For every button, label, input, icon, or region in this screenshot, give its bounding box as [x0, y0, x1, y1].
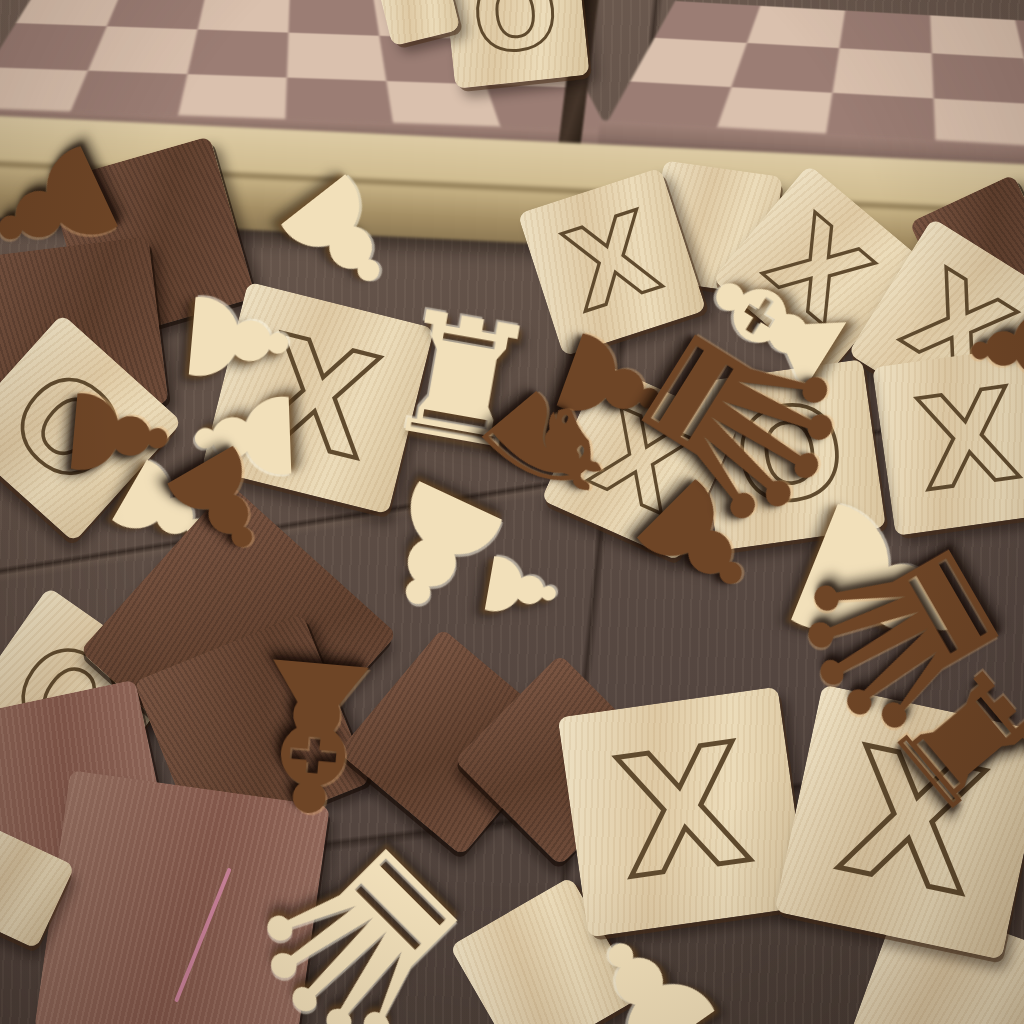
- chess-piece-dark-pawn: ♟: [954, 293, 1024, 403]
- tile-x: X: [558, 687, 809, 938]
- engraved-x-mark: X: [558, 687, 809, 938]
- tile-blank: [376, 0, 461, 46]
- photo-wooden-chess-tictactoe-set: OX♟OXXXXOX♟O♟♝♟♟♟♟♟♟XX♟♟♜♞♟♛♜♝♟♛♛♟: [0, 0, 1024, 1024]
- tile-o: O: [441, 0, 589, 88]
- svg-text:X: X: [607, 709, 759, 916]
- engraved-o-mark: O: [441, 0, 589, 88]
- piece-pile: OX♟OXXXXOX♟O♟♝♟♟♟♟♟♟XX♟♟♜♞♟♛♜♝♟♛♛♟: [0, 0, 1024, 1024]
- svg-text:O: O: [467, 0, 564, 77]
